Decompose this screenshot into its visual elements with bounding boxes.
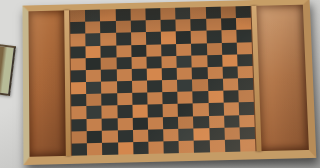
square-r10c9 <box>193 116 209 129</box>
square-r2c11 <box>221 18 236 30</box>
square-r6c12 <box>237 66 253 78</box>
square-r4c10 <box>206 43 221 55</box>
square-r9c12 <box>239 102 255 115</box>
square-r4c3 <box>101 45 116 57</box>
photo-background <box>0 0 320 168</box>
square-r4c11 <box>221 42 236 54</box>
square-r1c5 <box>130 8 145 20</box>
square-r7c12 <box>238 78 254 90</box>
square-r11c5 <box>133 129 149 142</box>
square-r12c11 <box>225 139 241 152</box>
square-r7c4 <box>116 81 131 93</box>
square-r10c1 <box>71 119 86 132</box>
square-r2c3 <box>100 21 115 33</box>
square-r9c6 <box>147 104 163 117</box>
square-r8c8 <box>177 92 193 105</box>
square-r3c6 <box>146 32 161 44</box>
square-r1c3 <box>100 9 115 21</box>
square-r2c10 <box>206 19 221 31</box>
square-r8c4 <box>117 93 132 106</box>
square-r4c4 <box>116 45 131 57</box>
square-r11c3 <box>102 130 117 143</box>
board-inner <box>28 5 308 157</box>
square-r2c5 <box>130 20 145 32</box>
square-r11c10 <box>209 127 225 140</box>
square-r4c7 <box>161 44 176 56</box>
square-r3c5 <box>131 32 146 44</box>
square-r11c8 <box>178 128 194 141</box>
square-r4c5 <box>131 44 146 56</box>
square-r12c5 <box>133 142 149 155</box>
square-r8c12 <box>238 90 254 103</box>
square-r11c4 <box>117 130 132 143</box>
square-r7c3 <box>101 81 116 93</box>
square-r7c8 <box>177 79 192 91</box>
square-r6c7 <box>162 68 177 80</box>
square-r12c2 <box>87 143 102 156</box>
square-r1c11 <box>220 6 235 18</box>
square-r2c12 <box>236 18 251 30</box>
square-r7c2 <box>86 82 101 94</box>
square-r1c12 <box>235 6 250 18</box>
square-r8c3 <box>102 93 117 106</box>
square-r10c4 <box>117 117 132 130</box>
square-r3c8 <box>176 31 191 43</box>
square-r7c6 <box>147 80 162 92</box>
square-r6c2 <box>86 70 101 82</box>
square-r10c5 <box>132 117 148 130</box>
square-r3c11 <box>221 30 236 42</box>
square-r10c2 <box>87 118 102 131</box>
piece-tray-left <box>28 10 65 156</box>
square-r3c1 <box>70 34 85 46</box>
square-r11c2 <box>87 130 102 143</box>
square-r11c6 <box>148 129 164 142</box>
square-r8c9 <box>193 91 209 104</box>
square-r9c5 <box>132 105 147 118</box>
square-r4c6 <box>146 44 161 56</box>
square-r3c7 <box>161 32 176 44</box>
square-r8c1 <box>71 94 86 107</box>
square-r1c2 <box>85 10 100 22</box>
square-r8c2 <box>86 94 101 107</box>
square-r10c7 <box>163 116 179 129</box>
square-r8c6 <box>147 92 162 105</box>
square-r12c3 <box>102 142 118 155</box>
square-r11c9 <box>194 128 210 141</box>
square-r9c1 <box>71 106 86 119</box>
square-r1c8 <box>175 7 190 19</box>
square-r12c8 <box>179 140 195 153</box>
square-r6c1 <box>71 70 86 82</box>
square-r8c10 <box>208 91 224 104</box>
square-r12c9 <box>194 140 210 153</box>
square-r3c3 <box>101 33 116 45</box>
square-r6c5 <box>131 68 146 80</box>
square-r9c8 <box>178 104 194 117</box>
square-r5c6 <box>146 56 161 68</box>
square-r10c3 <box>102 118 117 131</box>
square-r10c6 <box>148 117 164 130</box>
square-r12c12 <box>240 139 256 152</box>
square-r2c1 <box>70 22 85 34</box>
square-r5c2 <box>86 57 101 69</box>
square-r1c10 <box>205 7 220 19</box>
game-board <box>22 0 316 165</box>
square-r5c9 <box>192 55 207 67</box>
square-r9c3 <box>102 106 117 119</box>
square-r1c9 <box>190 7 205 19</box>
square-r11c7 <box>163 129 179 142</box>
square-r5c8 <box>177 55 192 67</box>
square-r5c12 <box>237 54 253 66</box>
square-r1c1 <box>70 10 85 22</box>
square-r1c7 <box>160 8 175 20</box>
square-r4c9 <box>191 43 206 55</box>
square-r2c4 <box>115 21 130 33</box>
square-r4c8 <box>176 43 191 55</box>
square-r3c4 <box>116 33 131 45</box>
square-r6c11 <box>222 66 238 78</box>
square-r12c4 <box>118 142 134 155</box>
square-r12c10 <box>209 140 225 153</box>
square-r6c8 <box>177 67 192 79</box>
square-r12c7 <box>163 141 179 154</box>
square-r5c4 <box>116 57 131 69</box>
square-r11c1 <box>72 131 87 144</box>
square-r6c6 <box>147 68 162 80</box>
square-r8c5 <box>132 93 147 106</box>
square-r3c10 <box>206 31 221 43</box>
square-r2c7 <box>161 20 176 32</box>
square-r8c7 <box>162 92 177 105</box>
square-r4c1 <box>71 46 86 58</box>
neighbor-board-corner <box>0 44 16 96</box>
square-r9c11 <box>223 103 239 116</box>
square-r5c7 <box>161 56 176 68</box>
square-r5c11 <box>222 54 238 66</box>
square-r9c7 <box>163 104 179 117</box>
square-r12c6 <box>148 141 164 154</box>
square-r2c2 <box>85 21 100 33</box>
square-r6c10 <box>207 67 223 79</box>
square-r9c10 <box>208 103 224 116</box>
square-r2c9 <box>191 19 206 31</box>
square-r7c7 <box>162 80 177 92</box>
square-r10c12 <box>239 114 255 127</box>
square-r10c10 <box>209 115 225 128</box>
square-r1c4 <box>115 9 130 21</box>
checkerboard <box>69 6 256 156</box>
square-r12c1 <box>72 143 87 156</box>
square-r10c11 <box>224 115 240 128</box>
square-r7c10 <box>207 79 223 91</box>
square-r7c5 <box>132 81 147 93</box>
square-r3c2 <box>85 33 100 45</box>
square-r4c2 <box>86 45 101 57</box>
square-r6c9 <box>192 67 207 79</box>
square-r6c4 <box>116 69 131 81</box>
piece-tray-right <box>256 5 309 151</box>
square-r1c6 <box>145 8 160 20</box>
square-r3c9 <box>191 31 206 43</box>
square-r11c11 <box>224 127 240 140</box>
square-r7c9 <box>192 79 208 91</box>
square-r5c3 <box>101 57 116 69</box>
square-r5c1 <box>71 58 86 70</box>
square-r5c5 <box>131 56 146 68</box>
square-r4c12 <box>237 42 253 54</box>
square-r9c4 <box>117 105 132 118</box>
square-r7c11 <box>223 78 239 90</box>
square-r2c6 <box>145 20 160 32</box>
square-r2c8 <box>176 19 191 31</box>
square-r6c3 <box>101 69 116 81</box>
square-r9c9 <box>193 103 209 116</box>
square-r8c11 <box>223 90 239 103</box>
square-r7c1 <box>71 82 86 94</box>
square-r10c8 <box>178 116 194 129</box>
square-r9c2 <box>86 106 101 119</box>
square-r3c12 <box>236 30 251 42</box>
square-r11c12 <box>239 127 255 140</box>
square-r5c10 <box>207 55 222 67</box>
